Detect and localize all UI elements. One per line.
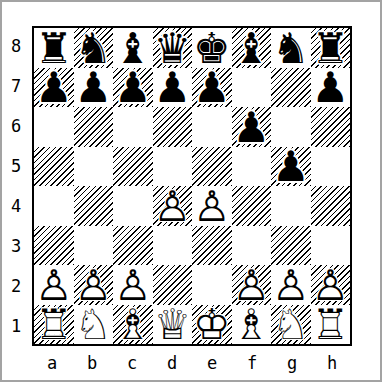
square-c5[interactable]: [113, 147, 153, 187]
square-d3[interactable]: [153, 226, 193, 266]
black-pawn[interactable]: ♟: [34, 68, 74, 108]
piece-outline-layer: ♕: [153, 306, 193, 346]
piece-glyph: ♝: [232, 29, 272, 69]
square-g6[interactable]: [271, 107, 311, 147]
black-bishop[interactable]: ♝: [232, 28, 272, 68]
white-bishop[interactable]: ♝♗: [232, 305, 272, 345]
white-pawn[interactable]: ♟♙: [271, 265, 311, 305]
white-bishop[interactable]: ♝♗: [113, 305, 153, 345]
black-pawn[interactable]: ♟: [232, 107, 272, 147]
square-g8[interactable]: ♞: [271, 28, 311, 68]
rank-label-4: 4: [2, 186, 30, 226]
square-a5[interactable]: [34, 147, 74, 187]
piece-glyph: ♞: [271, 29, 311, 69]
rank-label-3: 3: [2, 226, 30, 266]
square-c3[interactable]: [113, 226, 153, 266]
square-a6[interactable]: [34, 107, 74, 147]
white-rook[interactable]: ♜♖: [34, 305, 74, 345]
square-f7[interactable]: [232, 68, 272, 108]
piece-outline-layer: ♘: [74, 306, 114, 346]
piece-outline-layer: ♗: [113, 306, 153, 346]
square-g2[interactable]: ♟♙: [271, 265, 311, 305]
square-a2[interactable]: ♟♙: [34, 265, 74, 305]
file-labels: abcdefgh: [32, 348, 352, 378]
file-label-g: g: [272, 348, 312, 378]
black-king[interactable]: ♚: [192, 28, 232, 68]
rank-label-8: 8: [2, 26, 30, 66]
rank-label-7: 7: [2, 66, 30, 106]
file-label-f: f: [232, 348, 272, 378]
square-d7[interactable]: ♟: [153, 68, 193, 108]
square-h7[interactable]: ♟: [311, 68, 351, 108]
square-h5[interactable]: [311, 147, 351, 187]
square-c7[interactable]: ♟: [113, 68, 153, 108]
black-knight[interactable]: ♞: [271, 28, 311, 68]
black-pawn[interactable]: ♟: [113, 68, 153, 108]
piece-outline-layer: ♙: [153, 187, 193, 227]
white-pawn[interactable]: ♟♙: [34, 265, 74, 305]
piece-glyph: ♟: [34, 69, 74, 109]
square-b5[interactable]: [74, 147, 114, 187]
white-pawn[interactable]: ♟♙: [192, 186, 232, 226]
white-queen[interactable]: ♛♕: [153, 305, 193, 345]
black-pawn[interactable]: ♟: [311, 68, 351, 108]
piece-outline-layer: ♗: [232, 306, 272, 346]
square-g5[interactable]: ♟: [271, 147, 311, 187]
black-rook[interactable]: ♜: [34, 28, 74, 68]
square-c1[interactable]: ♝♗: [113, 305, 153, 345]
square-b4[interactable]: [74, 186, 114, 226]
rank-label-2: 2: [2, 266, 30, 306]
square-b1[interactable]: ♞♘: [74, 305, 114, 345]
piece-outline-layer: ♙: [192, 187, 232, 227]
piece-glyph: ♟: [192, 69, 232, 109]
white-pawn[interactable]: ♟♙: [113, 265, 153, 305]
piece-glyph: ♟: [311, 69, 351, 109]
square-d8[interactable]: ♛: [153, 28, 193, 68]
square-e3[interactable]: [192, 226, 232, 266]
square-g3[interactable]: [271, 226, 311, 266]
square-c4[interactable]: [113, 186, 153, 226]
square-h1[interactable]: ♜♖: [311, 305, 351, 345]
square-a7[interactable]: ♟: [34, 68, 74, 108]
white-pawn[interactable]: ♟♙: [311, 265, 351, 305]
square-b8[interactable]: ♞: [74, 28, 114, 68]
piece-glyph: ♟: [232, 108, 272, 148]
black-pawn[interactable]: ♟: [74, 68, 114, 108]
piece-outline-layer: ♖: [34, 306, 74, 346]
file-label-h: h: [312, 348, 352, 378]
square-f1[interactable]: ♝♗: [232, 305, 272, 345]
square-d4[interactable]: ♟♙: [153, 186, 193, 226]
square-a1[interactable]: ♜♖: [34, 305, 74, 345]
black-pawn[interactable]: ♟: [271, 147, 311, 187]
square-d1[interactable]: ♛♕: [153, 305, 193, 345]
black-queen[interactable]: ♛: [153, 28, 193, 68]
square-d5[interactable]: [153, 147, 193, 187]
rank-label-5: 5: [2, 146, 30, 186]
piece-outline-layer: ♔: [192, 306, 232, 346]
square-e1[interactable]: ♚♔: [192, 305, 232, 345]
black-pawn[interactable]: ♟: [153, 68, 193, 108]
square-a8[interactable]: ♜: [34, 28, 74, 68]
square-e7[interactable]: ♟: [192, 68, 232, 108]
chess-board: ♜♞♝♛♚♝♞♜♟♟♟♟♟♟♟♟♟♙♟♙♟♙♟♙♟♙♟♙♟♙♟♙♜♖♞♘♝♗♛♕…: [32, 26, 352, 346]
black-rook[interactable]: ♜: [311, 28, 351, 68]
square-h4[interactable]: [311, 186, 351, 226]
piece-glyph: ♟: [271, 148, 311, 188]
square-c6[interactable]: [113, 107, 153, 147]
file-label-b: b: [72, 348, 112, 378]
square-f4[interactable]: [232, 186, 272, 226]
square-h3[interactable]: [311, 226, 351, 266]
square-e6[interactable]: [192, 107, 232, 147]
rank-label-6: 6: [2, 106, 30, 146]
white-pawn[interactable]: ♟♙: [153, 186, 193, 226]
square-h8[interactable]: ♜: [311, 28, 351, 68]
white-pawn[interactable]: ♟♙: [232, 265, 272, 305]
piece-glyph: ♟: [153, 69, 193, 109]
black-bishop[interactable]: ♝: [113, 28, 153, 68]
square-c8[interactable]: ♝: [113, 28, 153, 68]
white-knight[interactable]: ♞♘: [74, 305, 114, 345]
file-label-c: c: [112, 348, 152, 378]
square-e5[interactable]: [192, 147, 232, 187]
square-f2[interactable]: ♟♙: [232, 265, 272, 305]
black-pawn[interactable]: ♟: [192, 68, 232, 108]
rank-label-1: 1: [2, 306, 30, 346]
square-g4[interactable]: [271, 186, 311, 226]
square-b2[interactable]: ♟♙: [74, 265, 114, 305]
square-e8[interactable]: ♚: [192, 28, 232, 68]
square-f3[interactable]: [232, 226, 272, 266]
square-d2[interactable]: [153, 265, 193, 305]
white-pawn[interactable]: ♟♙: [74, 265, 114, 305]
square-f8[interactable]: ♝: [232, 28, 272, 68]
piece-outline-layer: ♘: [271, 306, 311, 346]
black-knight[interactable]: ♞: [74, 28, 114, 68]
white-king[interactable]: ♚♔: [192, 305, 232, 345]
file-label-a: a: [32, 348, 72, 378]
chess-diagram-window: 87654321 ♜♞♝♛♚♝♞♜♟♟♟♟♟♟♟♟♟♙♟♙♟♙♟♙♟♙♟♙♟♙♟…: [0, 0, 382, 382]
square-a3[interactable]: [34, 226, 74, 266]
square-b6[interactable]: [74, 107, 114, 147]
square-h6[interactable]: [311, 107, 351, 147]
rank-labels: 87654321: [2, 26, 30, 346]
white-knight[interactable]: ♞♘: [271, 305, 311, 345]
square-f6[interactable]: ♟: [232, 107, 272, 147]
piece-glyph: ♟: [74, 69, 114, 109]
square-d6[interactable]: [153, 107, 193, 147]
square-a4[interactable]: [34, 186, 74, 226]
file-label-d: d: [152, 348, 192, 378]
square-e2[interactable]: [192, 265, 232, 305]
file-label-e: e: [192, 348, 232, 378]
piece-glyph: ♟: [113, 69, 153, 109]
piece-outline-layer: ♖: [311, 306, 351, 346]
white-rook[interactable]: ♜♖: [311, 305, 351, 345]
square-b3[interactable]: [74, 226, 114, 266]
square-g1[interactable]: ♞♘: [271, 305, 311, 345]
square-h2[interactable]: ♟♙: [311, 265, 351, 305]
square-e4[interactable]: ♟♙: [192, 186, 232, 226]
square-g7[interactable]: [271, 68, 311, 108]
square-c2[interactable]: ♟♙: [113, 265, 153, 305]
square-f5[interactable]: [232, 147, 272, 187]
square-b7[interactable]: ♟: [74, 68, 114, 108]
